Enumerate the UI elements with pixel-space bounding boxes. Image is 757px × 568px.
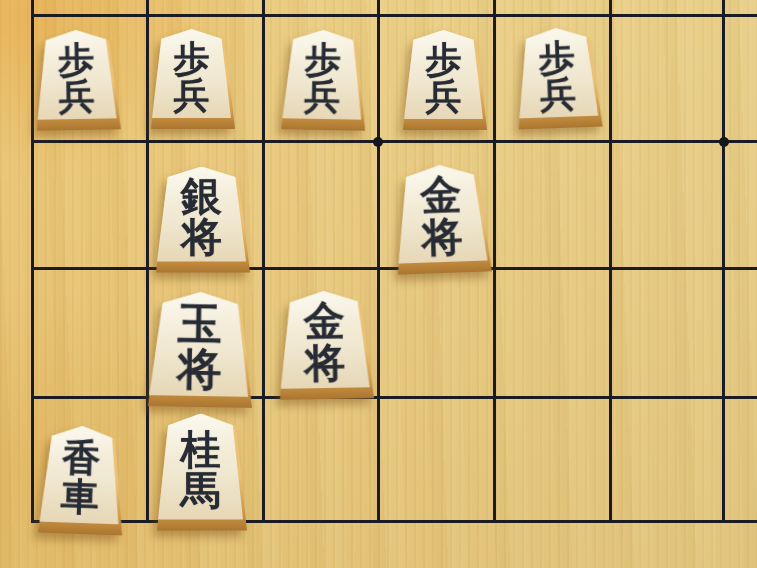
shogi-piece-knight-8i[interactable]: 桂馬 <box>157 414 247 531</box>
kanji-char: 歩 <box>57 41 94 78</box>
kanji-char: 車 <box>60 477 99 517</box>
piece-kanji-8f: 歩兵 <box>151 38 232 116</box>
kanji-char: 香 <box>61 438 100 478</box>
shogi-piece-pawn-9f[interactable]: 歩兵 <box>35 29 121 130</box>
shogi-piece-lance-9i[interactable]: 香車 <box>38 425 126 536</box>
kanji-char: 馬 <box>181 470 221 511</box>
shogi-piece-pawn-8f[interactable]: 歩兵 <box>151 29 235 129</box>
shogi-piece-pawn-5f[interactable]: 歩兵 <box>515 27 602 130</box>
shogi-piece-pawn-6f[interactable]: 歩兵 <box>403 30 487 130</box>
shogi-piece-gold-6g[interactable]: 金将 <box>394 163 492 274</box>
shogi-piece-gold-7h[interactable]: 金将 <box>278 290 374 400</box>
kanji-char: 兵 <box>426 78 462 115</box>
piece-kanji-8h: 玉将 <box>148 301 251 392</box>
kanji-char: 銀 <box>181 176 222 218</box>
kanji-char: 歩 <box>426 41 462 78</box>
kanji-char: 兵 <box>174 77 210 114</box>
kanji-char: 兵 <box>303 78 340 115</box>
kanji-char: 歩 <box>174 40 210 77</box>
kanji-char: 玉 <box>178 302 223 348</box>
board-cells <box>32 15 724 522</box>
kanji-char: 歩 <box>304 41 341 78</box>
kanji-char: 将 <box>303 342 345 385</box>
shogi-board: 歩兵歩兵歩兵歩兵歩兵銀将金将玉将金将香車桂馬 <box>0 0 757 568</box>
shogi-piece-silver-8g[interactable]: 銀将 <box>156 167 250 273</box>
shogi-piece-pawn-7f[interactable]: 歩兵 <box>281 29 367 130</box>
kanji-char: 将 <box>421 216 463 259</box>
piece-kanji-8i: 桂馬 <box>157 424 244 515</box>
piece-kanji-9f: 歩兵 <box>35 38 117 117</box>
kanji-char: 将 <box>177 347 222 393</box>
kanji-char: 桂 <box>181 429 221 470</box>
kanji-char: 兵 <box>539 75 576 113</box>
piece-kanji-7h: 金将 <box>278 299 370 385</box>
kanji-char: 金 <box>419 174 461 217</box>
piece-kanji-9i: 香車 <box>38 434 122 521</box>
kanji-char: 歩 <box>538 39 575 77</box>
kanji-char: 金 <box>303 300 345 343</box>
kanji-char: 兵 <box>58 78 95 115</box>
piece-kanji-8g: 銀将 <box>156 176 247 259</box>
piece-kanji-6f: 歩兵 <box>403 39 484 117</box>
piece-kanji-7f: 歩兵 <box>281 38 363 117</box>
kanji-char: 将 <box>181 217 222 259</box>
shogi-piece-king-8h[interactable]: 玉将 <box>148 291 254 408</box>
piece-kanji-6g: 金将 <box>394 173 488 260</box>
piece-kanji-5f: 歩兵 <box>516 36 600 117</box>
